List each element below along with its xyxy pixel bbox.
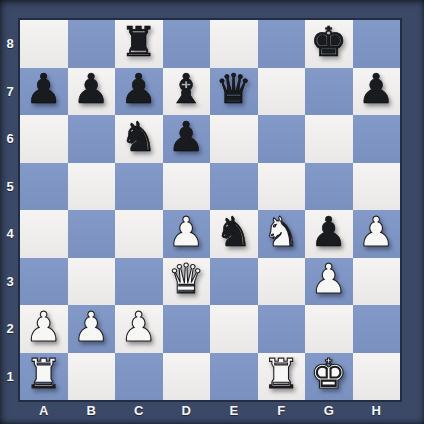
square-a1[interactable]: ♜ [20, 353, 68, 401]
square-b4[interactable] [68, 210, 116, 258]
black-pawn[interactable]: ♟ [358, 69, 395, 113]
square-g6[interactable] [305, 115, 353, 163]
black-pawn[interactable]: ♟ [168, 117, 205, 161]
white-rook[interactable]: ♜ [263, 354, 300, 398]
square-c2[interactable]: ♟ [115, 305, 163, 353]
rank-label-8: 8 [0, 20, 20, 68]
square-f3[interactable] [258, 258, 306, 306]
square-g2[interactable] [305, 305, 353, 353]
rank-label-1: 1 [0, 353, 20, 401]
black-pawn[interactable]: ♟ [73, 69, 110, 113]
file-label-b: B [68, 400, 116, 424]
square-h2[interactable] [353, 305, 401, 353]
square-h8[interactable] [353, 20, 401, 68]
square-b7[interactable]: ♟ [68, 68, 116, 116]
file-label-g: G [305, 400, 353, 424]
square-a6[interactable] [20, 115, 68, 163]
square-b1[interactable] [68, 353, 116, 401]
black-rook[interactable]: ♜ [120, 22, 157, 66]
square-e5[interactable] [210, 163, 258, 211]
square-a2[interactable]: ♟ [20, 305, 68, 353]
file-labels: ABCDEFGH [20, 400, 400, 424]
file-label-h: H [353, 400, 401, 424]
square-g4[interactable]: ♟ [305, 210, 353, 258]
white-queen[interactable]: ♛ [168, 259, 205, 303]
rank-label-2: 2 [0, 305, 20, 353]
white-knight[interactable]: ♞ [263, 212, 300, 256]
file-label-a: A [20, 400, 68, 424]
black-pawn[interactable]: ♟ [120, 69, 157, 113]
square-d5[interactable] [163, 163, 211, 211]
square-a3[interactable] [20, 258, 68, 306]
white-pawn[interactable]: ♟ [358, 212, 395, 256]
white-pawn[interactable]: ♟ [168, 212, 205, 256]
rank-label-5: 5 [0, 163, 20, 211]
square-h6[interactable] [353, 115, 401, 163]
square-h5[interactable] [353, 163, 401, 211]
square-d2[interactable] [163, 305, 211, 353]
square-e7[interactable]: ♛ [210, 68, 258, 116]
chess-board: ♜♚♟♟♟♝♛♟♞♟♟♞♞♟♟♛♟♟♟♟♜♜♚ [20, 20, 400, 400]
square-c1[interactable] [115, 353, 163, 401]
square-g1[interactable]: ♚ [305, 353, 353, 401]
square-d1[interactable] [163, 353, 211, 401]
square-g3[interactable]: ♟ [305, 258, 353, 306]
white-pawn[interactable]: ♟ [310, 259, 347, 303]
square-c5[interactable] [115, 163, 163, 211]
square-c3[interactable] [115, 258, 163, 306]
black-pawn[interactable]: ♟ [25, 69, 62, 113]
square-f5[interactable] [258, 163, 306, 211]
square-c6[interactable]: ♞ [115, 115, 163, 163]
square-c7[interactable]: ♟ [115, 68, 163, 116]
chess-board-frame: 87654321 ♜♚♟♟♟♝♛♟♞♟♟♞♞♟♟♛♟♟♟♟♜♜♚ ABCDEFG… [0, 0, 424, 424]
black-pawn[interactable]: ♟ [310, 212, 347, 256]
white-king[interactable]: ♚ [310, 354, 347, 398]
square-d8[interactable] [163, 20, 211, 68]
square-h1[interactable] [353, 353, 401, 401]
square-e1[interactable] [210, 353, 258, 401]
file-label-e: E [210, 400, 258, 424]
square-a4[interactable] [20, 210, 68, 258]
rank-label-7: 7 [0, 68, 20, 116]
square-b3[interactable] [68, 258, 116, 306]
black-king[interactable]: ♚ [310, 22, 347, 66]
square-g8[interactable]: ♚ [305, 20, 353, 68]
square-a8[interactable] [20, 20, 68, 68]
square-c8[interactable]: ♜ [115, 20, 163, 68]
square-f4[interactable]: ♞ [258, 210, 306, 258]
square-e3[interactable] [210, 258, 258, 306]
square-c4[interactable] [115, 210, 163, 258]
rank-label-4: 4 [0, 210, 20, 258]
square-f6[interactable] [258, 115, 306, 163]
square-h7[interactable]: ♟ [353, 68, 401, 116]
file-label-c: C [115, 400, 163, 424]
square-g7[interactable] [305, 68, 353, 116]
white-pawn[interactable]: ♟ [73, 307, 110, 351]
black-bishop[interactable]: ♝ [168, 69, 205, 113]
square-g5[interactable] [305, 163, 353, 211]
square-d4[interactable]: ♟ [163, 210, 211, 258]
white-rook[interactable]: ♜ [25, 354, 62, 398]
square-b5[interactable] [68, 163, 116, 211]
square-e2[interactable] [210, 305, 258, 353]
square-e6[interactable] [210, 115, 258, 163]
rank-labels: 87654321 [0, 20, 20, 400]
square-a5[interactable] [20, 163, 68, 211]
square-d3[interactable]: ♛ [163, 258, 211, 306]
square-d6[interactable]: ♟ [163, 115, 211, 163]
black-knight[interactable]: ♞ [215, 212, 252, 256]
file-label-d: D [163, 400, 211, 424]
square-h3[interactable] [353, 258, 401, 306]
square-h4[interactable]: ♟ [353, 210, 401, 258]
square-d7[interactable]: ♝ [163, 68, 211, 116]
square-e8[interactable] [210, 20, 258, 68]
rank-label-3: 3 [0, 258, 20, 306]
square-a7[interactable]: ♟ [20, 68, 68, 116]
square-f1[interactable]: ♜ [258, 353, 306, 401]
square-b8[interactable] [68, 20, 116, 68]
black-knight[interactable]: ♞ [120, 117, 157, 161]
square-f8[interactable] [258, 20, 306, 68]
square-f2[interactable] [258, 305, 306, 353]
black-queen[interactable]: ♛ [215, 69, 252, 113]
square-b6[interactable] [68, 115, 116, 163]
rank-label-6: 6 [0, 115, 20, 163]
white-pawn[interactable]: ♟ [25, 307, 62, 351]
square-b2[interactable]: ♟ [68, 305, 116, 353]
square-f7[interactable] [258, 68, 306, 116]
square-e4[interactable]: ♞ [210, 210, 258, 258]
file-label-f: F [258, 400, 306, 424]
white-pawn[interactable]: ♟ [120, 307, 157, 351]
